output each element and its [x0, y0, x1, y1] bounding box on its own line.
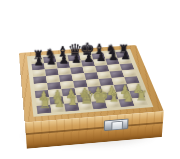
scene: ♜♞♝♛♚♝♞♜♟♟♟♟♟♟♟♟♟♟♟♟♟♟♟♟♜♞♝♛♚♝♞♜	[0, 0, 180, 159]
piece-black-pawn-a7[interactable]: ♟	[30, 55, 47, 69]
piece-green-rook-a1[interactable]: ♜	[35, 95, 54, 111]
chess-box: ♜♞♝♛♚♝♞♜♟♟♟♟♟♟♟♟♟♟♟♟♟♟♟♟♜♞♝♛♚♝♞♜	[19, 45, 164, 122]
clasp-hook	[111, 121, 123, 131]
clasp-latch-icon	[103, 119, 128, 132]
product-photo-stage: ♜♞♝♛♚♝♞♜♟♟♟♟♟♟♟♟♟♟♟♟♟♟♟♟♜♞♝♛♚♝♞♜	[0, 0, 180, 159]
chess-board[interactable]: ♜♞♝♛♚♝♞♜♟♟♟♟♟♟♟♟♟♟♟♟♟♟♟♟♜♞♝♛♚♝♞♜	[31, 51, 148, 114]
box-lid-top: ♜♞♝♛♚♝♞♜♟♟♟♟♟♟♟♟♟♟♟♟♟♟♟♟♜♞♝♛♚♝♞♜	[19, 45, 164, 122]
stone-board-slab: ♜♞♝♛♚♝♞♜♟♟♟♟♟♟♟♟♟♟♟♟♟♟♟♟♜♞♝♛♚♝♞♜	[27, 49, 154, 117]
lid-seam	[26, 122, 163, 135]
